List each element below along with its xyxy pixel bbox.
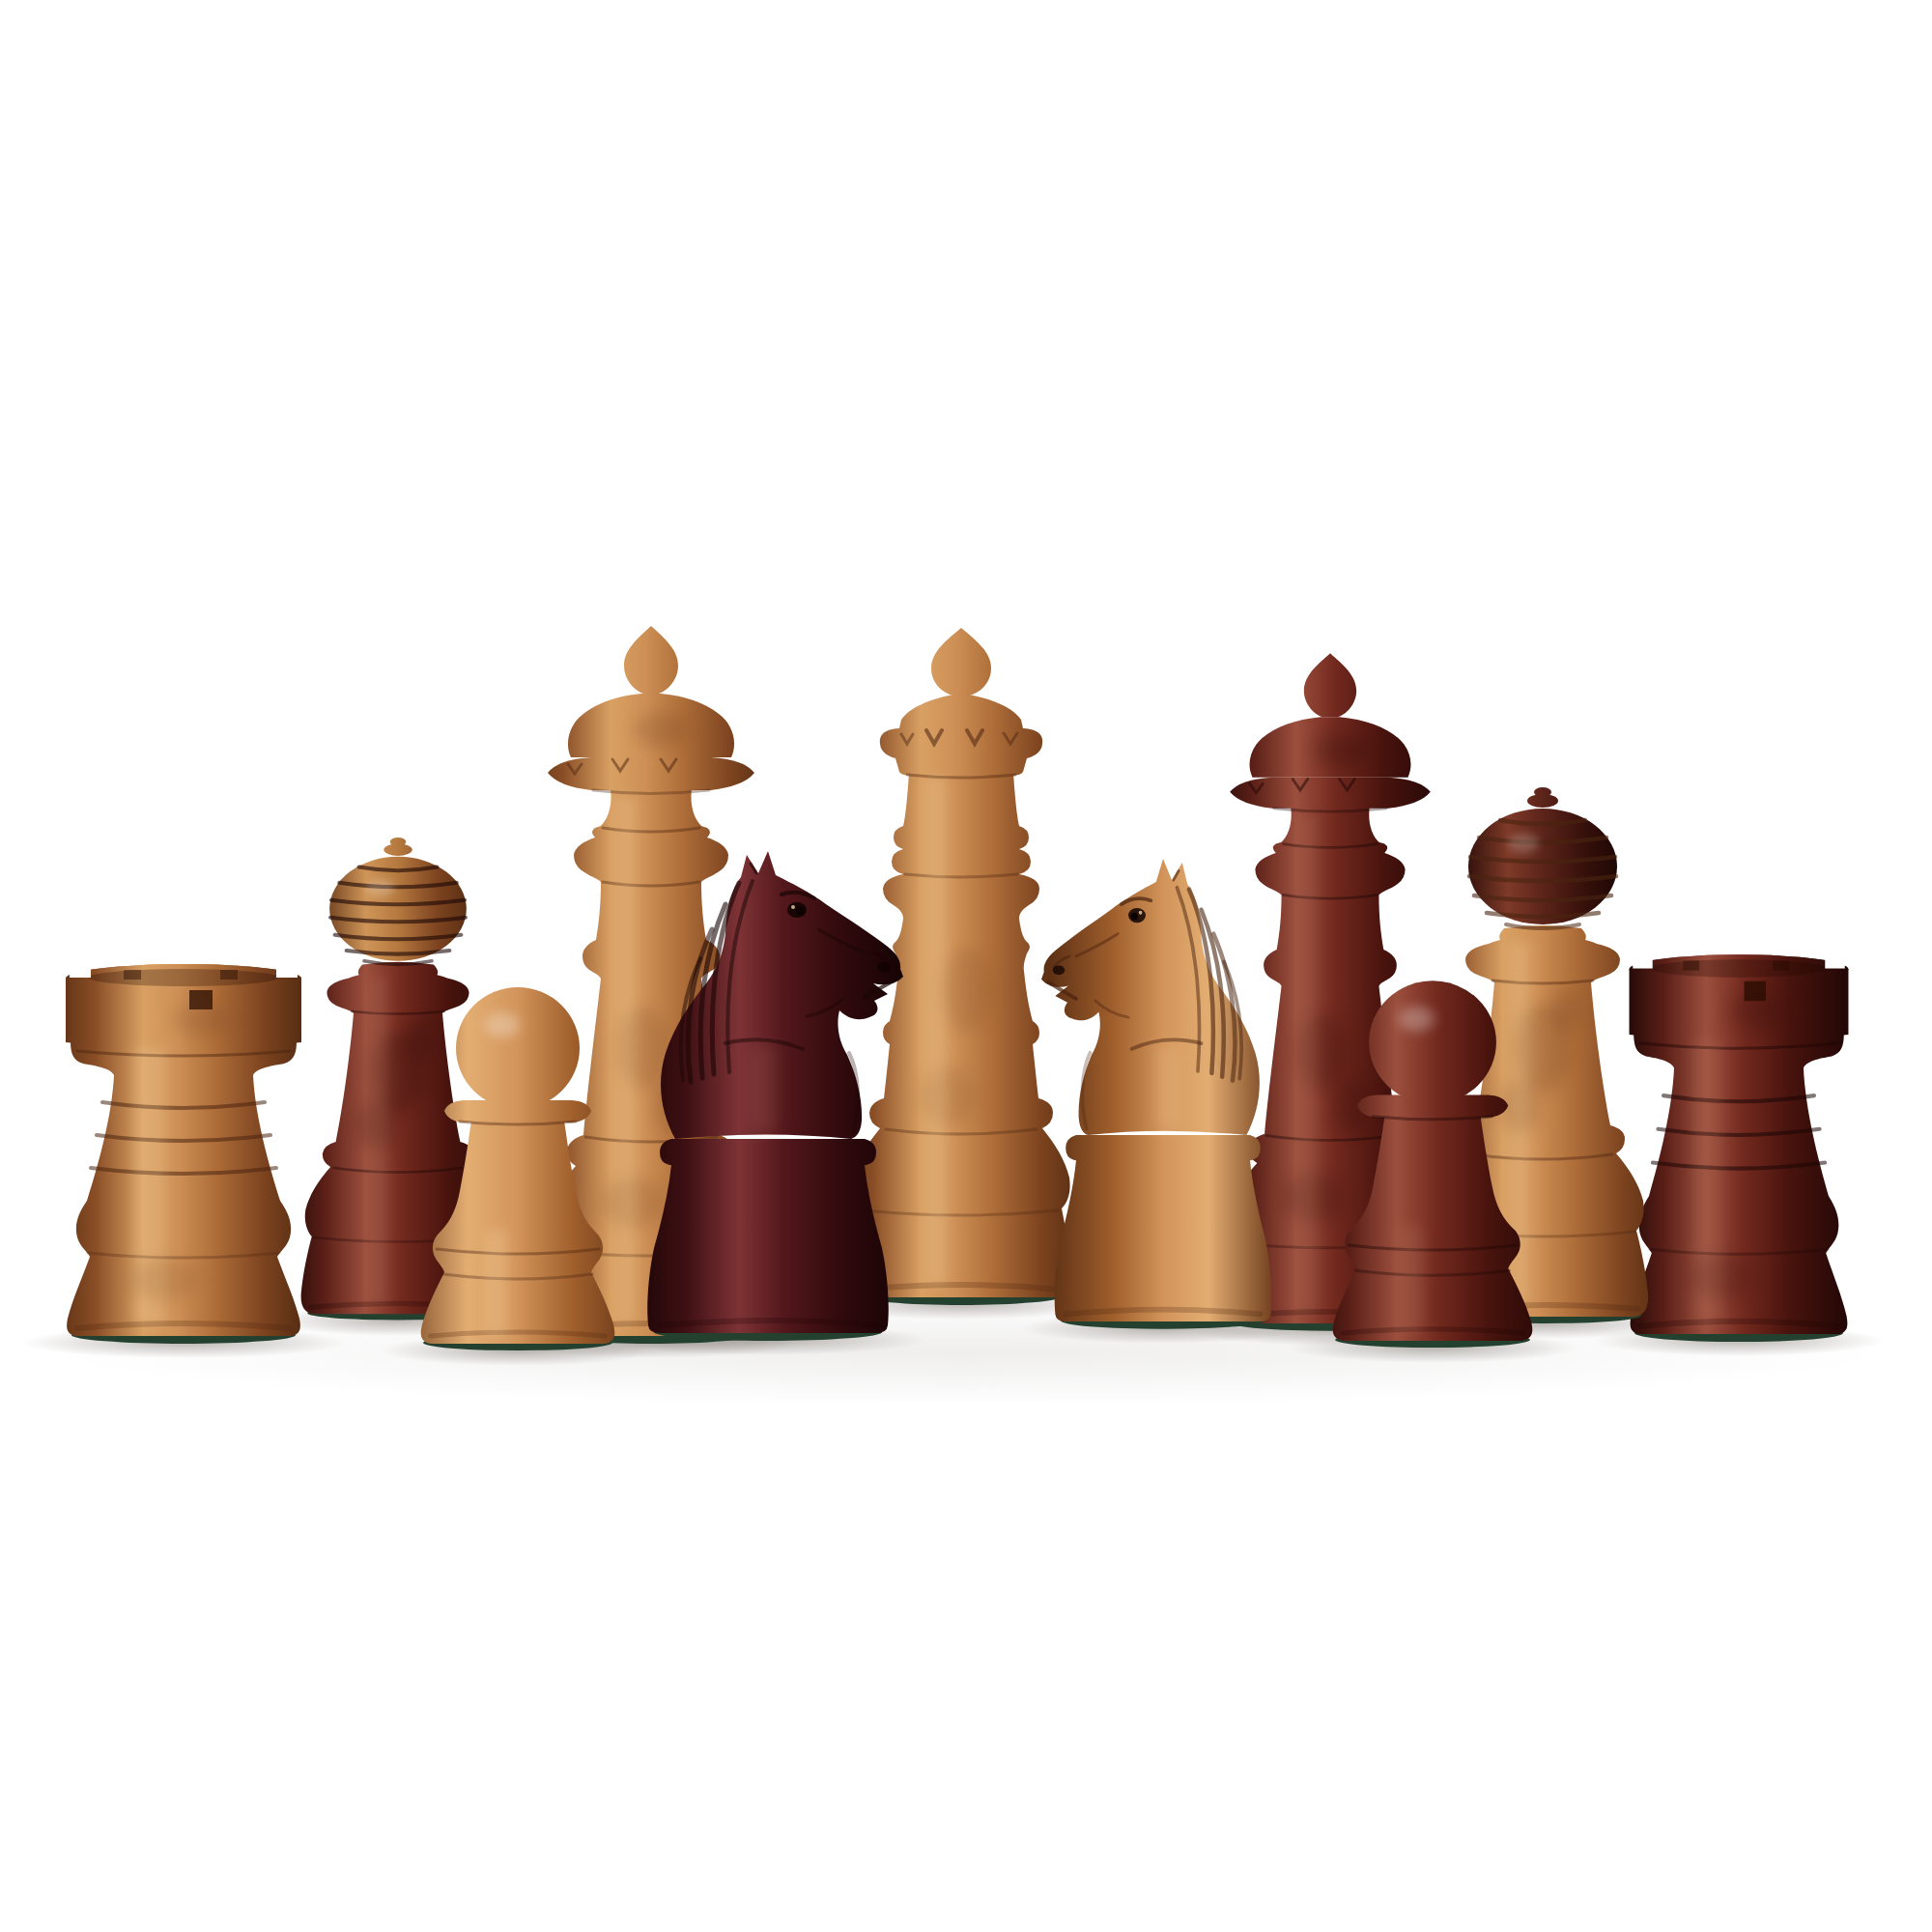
patina-spot <box>634 712 688 747</box>
rook-notch-back1 <box>1683 960 1699 970</box>
sheen <box>749 1045 778 1132</box>
rook-notch-right <box>276 961 298 978</box>
bishop-button-top <box>390 838 407 846</box>
product-photo-stage <box>0 0 1932 1932</box>
rook-top-dish <box>89 969 278 986</box>
light-rook <box>66 961 301 1344</box>
sheen <box>1296 814 1317 1311</box>
patina-spot <box>172 1002 230 1037</box>
rook-notch-back2 <box>1773 960 1789 970</box>
patina-spot <box>942 948 992 1033</box>
patina-spot <box>405 1018 433 1057</box>
pawn-ball <box>1369 980 1496 1103</box>
ball-highlight <box>1508 834 1539 853</box>
rook-notch-left <box>1633 952 1652 968</box>
knight-pupil <box>1131 913 1138 921</box>
pawn-ball <box>456 987 580 1109</box>
knight-nostril <box>877 962 891 972</box>
bishop-button-top <box>1534 787 1551 797</box>
knight-pupil <box>796 907 804 915</box>
ball-highlight <box>1399 1007 1435 1032</box>
knight-base-bell <box>1055 1156 1272 1321</box>
sheen <box>1399 1226 1423 1333</box>
ball-highlight <box>366 879 394 896</box>
sheen <box>926 778 948 1285</box>
patina-spot <box>1550 988 1581 1031</box>
knight-eye-glint <box>1139 911 1143 915</box>
sheen <box>368 977 387 1303</box>
queen-collar <box>548 757 754 790</box>
rook-notch-left <box>70 961 91 978</box>
patina-spot <box>1314 734 1366 767</box>
rook-notch-right <box>1825 952 1844 968</box>
patina-spot <box>131 1259 197 1301</box>
knight-nostril <box>1053 965 1065 975</box>
knight-base-collar <box>660 1139 876 1169</box>
sheen <box>485 1230 508 1336</box>
ball-highlight <box>485 1012 520 1037</box>
sheen <box>1154 1045 1180 1128</box>
dark-rook <box>1630 952 1849 1342</box>
rook-notch-back1 <box>124 970 141 980</box>
knight-base-collar <box>1065 1135 1261 1164</box>
patina-spot <box>1728 993 1782 1029</box>
sheen <box>616 797 638 1323</box>
chess-set-photo <box>0 0 1932 1932</box>
rook-top-dish <box>1651 959 1827 977</box>
patina-spot <box>1690 1255 1751 1298</box>
queen-collar <box>1230 778 1431 809</box>
knight-base-bell <box>647 1161 889 1333</box>
king-coronet <box>880 728 1042 776</box>
rook-notch-back2 <box>220 970 238 980</box>
knight-eye-glint <box>791 905 795 909</box>
